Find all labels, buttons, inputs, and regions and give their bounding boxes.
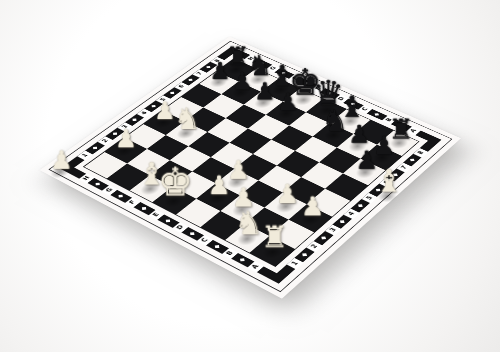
band-diamond-marker — [166, 219, 171, 222]
band-diamond-marker — [96, 183, 100, 186]
white-bishop-glyph: ♝ — [368, 166, 409, 197]
white-rook-glyph: ♜ — [253, 223, 296, 253]
band-diamond-marker — [170, 92, 174, 94]
white-pawn-glyph: ♟ — [106, 126, 146, 151]
chess-board-sheet: AA11BB22CC33DD44EE55FF66GG77HH88♜♝♛♚♝♞♜♟… — [40, 37, 461, 299]
white-pawn-glyph: ♟ — [41, 148, 82, 173]
band-diamond-marker — [321, 236, 326, 239]
band-diamond-marker — [119, 195, 123, 198]
band-diamond-marker — [142, 207, 146, 210]
white-knight-glyph: ♞ — [168, 104, 207, 134]
product-photo-stage: AA11BB22CC33DD44EE55FF66GG77HH88♜♝♛♚♝♞♜♟… — [0, 0, 500, 352]
band-diamond-marker — [215, 245, 220, 248]
white-pawn-glyph: ♟ — [292, 193, 334, 219]
black-pawn-glyph: ♟ — [268, 90, 307, 114]
white-king-glyph: ♚ — [154, 162, 196, 201]
